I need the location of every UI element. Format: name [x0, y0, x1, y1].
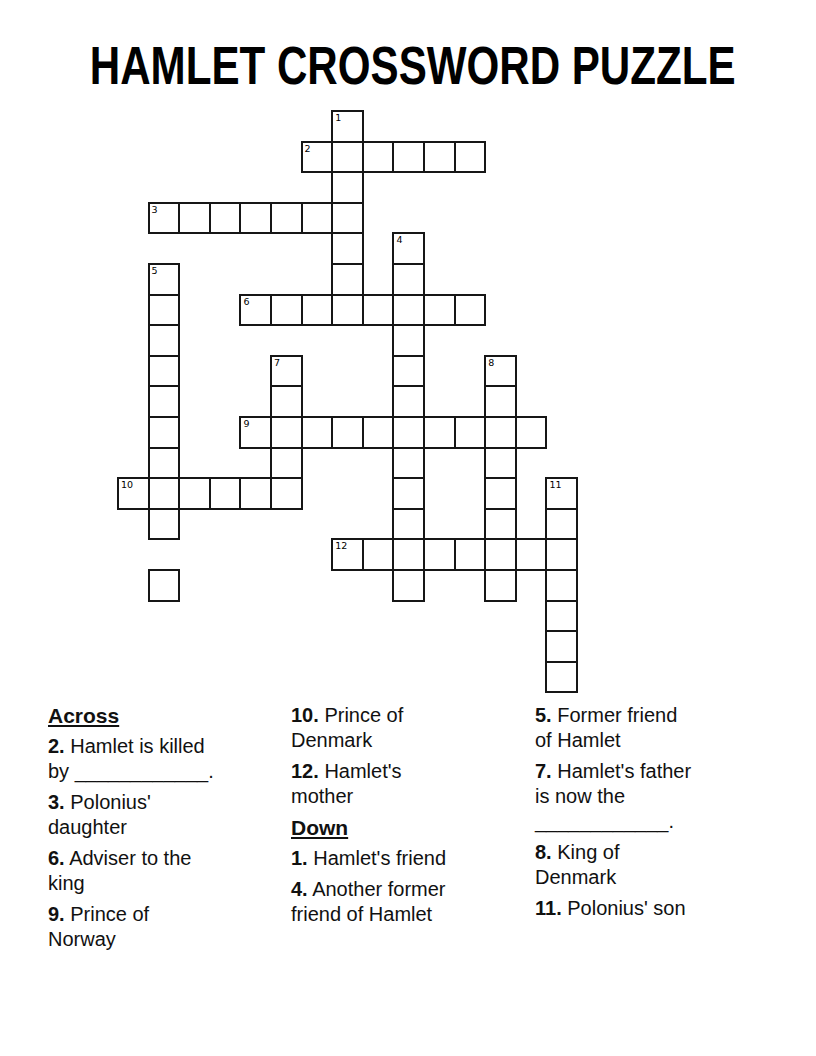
grid-cell-r6c5[interactable]: [270, 294, 303, 327]
clue-column-middle: 10. Prince of Denmark12. Hamlet's mother…: [291, 703, 463, 933]
grid-cell-r12c2[interactable]: [178, 477, 211, 510]
grid-cell-r13c12[interactable]: [484, 508, 517, 541]
grid-cell-r9c9[interactable]: [392, 385, 425, 418]
grid-cell-r6c4[interactable]: 6: [239, 294, 272, 327]
across-heading: Across: [48, 703, 218, 728]
grid-cell-r17c14[interactable]: [545, 630, 578, 663]
grid-cell-r5c1[interactable]: 5: [148, 263, 181, 296]
cell-number-3: 3: [152, 204, 158, 215]
grid-cell-r1c8[interactable]: [362, 141, 395, 174]
clue-text: Adviser to the king: [48, 847, 191, 894]
grid-cell-r10c11[interactable]: [454, 416, 487, 449]
clue-number-label: 9.: [48, 903, 65, 925]
grid-cell-r10c6[interactable]: [301, 416, 334, 449]
clue-down-5: 5. Former friend of Hamlet: [535, 703, 695, 753]
clue-number-label: 10.: [291, 704, 319, 726]
grid-cell-r1c6[interactable]: 2: [301, 141, 334, 174]
cell-number-7: 7: [274, 357, 280, 368]
grid-cell-r8c1[interactable]: [148, 355, 181, 388]
grid-cell-r9c1[interactable]: [148, 385, 181, 418]
clue-text: Former friend of Hamlet: [535, 704, 677, 751]
grid-cell-r1c11[interactable]: [454, 141, 487, 174]
grid-cell-r6c11[interactable]: [454, 294, 487, 327]
grid-cell-r10c10[interactable]: [423, 416, 456, 449]
cell-number-8: 8: [488, 357, 494, 368]
clue-number-label: 1.: [291, 847, 308, 869]
clue-number-label: 5.: [535, 704, 552, 726]
clue-down-7: 7. Hamlet's father is now the __________…: [535, 759, 695, 834]
clue-down-11: 11. Polonius' son: [535, 896, 695, 921]
grid-cell-r16c14[interactable]: [545, 600, 578, 633]
grid-cell-r3c1[interactable]: 3: [148, 202, 181, 235]
cell-number-5: 5: [152, 265, 158, 276]
clue-text: Hamlet's friend: [313, 847, 446, 869]
grid-cell-r14c13[interactable]: [515, 538, 548, 571]
grid-cell-r14c7[interactable]: 12: [331, 538, 364, 571]
clue-number-label: 6.: [48, 847, 65, 869]
grid-cell-r6c8[interactable]: [362, 294, 395, 327]
grid-cell-r13c14[interactable]: [545, 508, 578, 541]
clue-text: Another former friend of Hamlet: [291, 878, 446, 925]
grid-cell-r10c8[interactable]: [362, 416, 395, 449]
clue-number-label: 7.: [535, 760, 552, 782]
grid-cell-r12c4[interactable]: [239, 477, 272, 510]
cell-number-12: 12: [335, 540, 347, 551]
grid-cell-r14c11[interactable]: [454, 538, 487, 571]
clue-number-label: 12.: [291, 760, 319, 782]
clue-number-label: 8.: [535, 841, 552, 863]
grid-cell-r14c12[interactable]: [484, 538, 517, 571]
grid-cell-r10c5[interactable]: [270, 416, 303, 449]
grid-cell-r15c12[interactable]: [484, 569, 517, 602]
grid-cell-r8c5[interactable]: 7: [270, 355, 303, 388]
clue-number-label: 4.: [291, 878, 308, 900]
clue-number-label: 11.: [535, 897, 562, 919]
grid-cell-r11c9[interactable]: [392, 447, 425, 480]
clue-text: Polonius' son: [567, 897, 685, 919]
grid-cell-r3c3[interactable]: [209, 202, 242, 235]
clue-across-9: 9. Prince of Norway: [48, 902, 218, 952]
cell-number-10: 10: [121, 479, 133, 490]
grid-cell-r12c14[interactable]: 11: [545, 477, 578, 510]
clue-column-left: Across2. Hamlet is killed by ___________…: [48, 703, 218, 958]
grid-cell-r4c7[interactable]: [331, 232, 364, 265]
grid-cell-r14c14[interactable]: [545, 538, 578, 571]
clue-across-10: 10. Prince of Denmark: [291, 703, 463, 753]
down-heading: Down: [291, 815, 463, 840]
grid-cell-r14c8[interactable]: [362, 538, 395, 571]
clue-down-4: 4. Another former friend of Hamlet: [291, 877, 463, 927]
grid-cell-r3c7[interactable]: [331, 202, 364, 235]
grid-cell-r9c12[interactable]: [484, 385, 517, 418]
grid-cell-r7c9[interactable]: [392, 324, 425, 357]
grid-cell-r6c1[interactable]: [148, 294, 181, 327]
grid-cell-r15c14[interactable]: [545, 569, 578, 602]
grid-cell-r13c9[interactable]: [392, 508, 425, 541]
clue-across-3: 3. Polonius' daughter: [48, 790, 218, 840]
cell-number-4: 4: [396, 234, 402, 245]
grid-cell-r10c12[interactable]: [484, 416, 517, 449]
grid-cell-r10c7[interactable]: [331, 416, 364, 449]
grid-cell-r8c9[interactable]: [392, 355, 425, 388]
cell-number-2: 2: [305, 143, 311, 154]
grid-cell-r1c9[interactable]: [392, 141, 425, 174]
grid-cell-r14c10[interactable]: [423, 538, 456, 571]
clue-text: Hamlet's father is now the ____________.: [535, 760, 691, 832]
grid-cell-r7c1[interactable]: [148, 324, 181, 357]
grid-cell-r1c10[interactable]: [423, 141, 456, 174]
grid-cell-r10c4[interactable]: 9: [239, 416, 272, 449]
clue-text: Hamlet is killed by ____________.: [48, 735, 214, 782]
grid-cell-r5c7[interactable]: [331, 263, 364, 296]
grid-cell-r2c7[interactable]: [331, 171, 364, 204]
grid-cell-r18c14[interactable]: [545, 661, 578, 694]
grid-cell-r6c10[interactable]: [423, 294, 456, 327]
grid-cell-r12c9[interactable]: [392, 477, 425, 510]
grid-cell-r13c1[interactable]: [148, 508, 181, 541]
cell-number-9: 9: [243, 418, 249, 429]
grid-cell-r12c5[interactable]: [270, 477, 303, 510]
grid-cell-r3c4[interactable]: [239, 202, 272, 235]
clue-across-6: 6. Adviser to the king: [48, 846, 218, 896]
grid-cell-r3c6[interactable]: [301, 202, 334, 235]
clue-across-2: 2. Hamlet is killed by ____________.: [48, 734, 218, 784]
grid-cell-r12c12[interactable]: [484, 477, 517, 510]
grid-cell-r11c12[interactable]: [484, 447, 517, 480]
grid-cell-r8c12[interactable]: 8: [484, 355, 517, 388]
grid-cell-r15c1[interactable]: [148, 569, 181, 602]
grid-cell-r10c1[interactable]: [148, 416, 181, 449]
grid-cell-r12c1[interactable]: [148, 477, 181, 510]
grid-cell-r0c7[interactable]: 1: [331, 110, 364, 143]
grid-cell-r15c9[interactable]: [392, 569, 425, 602]
grid-cell-r3c2[interactable]: [178, 202, 211, 235]
clue-down-1: 1. Hamlet's friend: [291, 846, 463, 871]
grid-cell-r11c1[interactable]: [148, 447, 181, 480]
page-title: HAMLET CROSSWORD PUZZLE: [90, 34, 726, 96]
clue-down-8: 8. King of Denmark: [535, 840, 695, 890]
grid-cell-r12c3[interactable]: [209, 477, 242, 510]
grid-cell-r14c9[interactable]: [392, 538, 425, 571]
grid-cell-r11c5[interactable]: [270, 447, 303, 480]
cell-number-6: 6: [243, 296, 249, 307]
clue-number-label: 2.: [48, 735, 65, 757]
clue-number-label: 3.: [48, 791, 65, 813]
grid-cell-r3c5[interactable]: [270, 202, 303, 235]
grid-cell-r12c0[interactable]: 10: [117, 477, 150, 510]
cell-number-1: 1: [335, 112, 341, 123]
grid-cell-r6c7[interactable]: [331, 294, 364, 327]
grid-cell-r4c9[interactable]: 4: [392, 232, 425, 265]
grid-cell-r6c9[interactable]: [392, 294, 425, 327]
clue-across-12: 12. Hamlet's mother: [291, 759, 463, 809]
grid-cell-r5c9[interactable]: [392, 263, 425, 296]
crossword-grid: 123456789101112: [117, 110, 578, 694]
clue-column-right: 5. Former friend of Hamlet7. Hamlet's fa…: [535, 703, 695, 927]
grid-cell-r10c13[interactable]: [515, 416, 548, 449]
cell-number-11: 11: [549, 479, 561, 490]
grid-cell-r6c6[interactable]: [301, 294, 334, 327]
grid-cell-r9c5[interactable]: [270, 385, 303, 418]
grid-cell-r10c9[interactable]: [392, 416, 425, 449]
grid-cell-r1c7[interactable]: [331, 141, 364, 174]
page: { "game": "crossword", "title": "HAMLET …: [0, 0, 816, 1056]
